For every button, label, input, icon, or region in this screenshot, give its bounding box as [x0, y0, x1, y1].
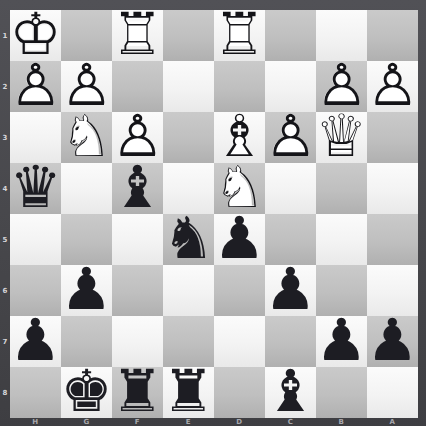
square-e2[interactable]	[163, 61, 214, 112]
square-e5[interactable]: ♞	[163, 214, 214, 265]
black-pawn-b7-icon: ♟	[316, 316, 367, 367]
square-a8[interactable]	[367, 367, 418, 418]
square-c8[interactable]: ♝	[265, 367, 316, 418]
square-g7[interactable]	[61, 316, 112, 367]
square-g1[interactable]	[61, 10, 112, 61]
rank-label-7: 7	[0, 316, 10, 367]
square-d7[interactable]	[214, 316, 265, 367]
square-a6[interactable]	[367, 265, 418, 316]
square-h1[interactable]: ♚♔	[10, 10, 61, 61]
file-label-d: D	[214, 417, 265, 426]
square-b7[interactable]: ♟	[316, 316, 367, 367]
square-b8[interactable]	[316, 367, 367, 418]
black-pawn-d5-icon: ♟	[214, 214, 265, 265]
square-g5[interactable]	[61, 214, 112, 265]
white-knight-g3-icon: ♞♘	[61, 112, 112, 163]
rank-label-3: 3	[0, 112, 10, 163]
white-pawn-h2-icon: ♟♙	[10, 61, 61, 112]
black-pawn-a7-icon: ♟	[367, 316, 418, 367]
square-h3[interactable]	[10, 112, 61, 163]
rank-label-8: 8	[0, 367, 10, 418]
square-f7[interactable]	[112, 316, 163, 367]
square-b6[interactable]	[316, 265, 367, 316]
white-pawn-a2-icon: ♟♙	[367, 61, 418, 112]
square-d8[interactable]	[214, 367, 265, 418]
square-f2[interactable]	[112, 61, 163, 112]
square-h4[interactable]: ♛	[10, 163, 61, 214]
square-b3[interactable]: ♛♕	[316, 112, 367, 163]
square-d6[interactable]	[214, 265, 265, 316]
square-c1[interactable]	[265, 10, 316, 61]
square-e7[interactable]	[163, 316, 214, 367]
square-a1[interactable]	[367, 10, 418, 61]
square-h5[interactable]	[10, 214, 61, 265]
square-f5[interactable]	[112, 214, 163, 265]
rank-label-6: 6	[0, 265, 10, 316]
black-pawn-g6-icon: ♟	[61, 265, 112, 316]
black-rook-f8-icon: ♜	[112, 367, 163, 418]
rank-label-4: 4	[0, 163, 10, 214]
square-h6[interactable]	[10, 265, 61, 316]
square-f3[interactable]: ♟♙	[112, 112, 163, 163]
black-king-g8-icon: ♚	[61, 367, 112, 418]
square-f4[interactable]: ♝	[112, 163, 163, 214]
white-pawn-g2-icon: ♟♙	[61, 61, 112, 112]
square-e3[interactable]	[163, 112, 214, 163]
square-e8[interactable]: ♜	[163, 367, 214, 418]
black-knight-e5-icon: ♞	[163, 214, 214, 265]
square-e6[interactable]	[163, 265, 214, 316]
black-bishop-f4-icon: ♝	[112, 163, 163, 214]
square-f8[interactable]: ♜	[112, 367, 163, 418]
white-king-h1-icon: ♚♔	[10, 10, 61, 61]
file-label-g: G	[61, 417, 112, 426]
square-g8[interactable]: ♚	[61, 367, 112, 418]
file-label-c: C	[265, 417, 316, 426]
chess-board: ♚♔♜♖♜♖♟♙♟♙♟♙♟♙♞♘♟♙♝♗♟♙♛♕♛♝♞♘♞♟♟♟♟♟♟♚♜♜♝	[10, 10, 418, 418]
file-label-h: H	[10, 417, 61, 426]
black-bishop-c8-icon: ♝	[265, 367, 316, 418]
square-d2[interactable]	[214, 61, 265, 112]
square-c3[interactable]: ♟♙	[265, 112, 316, 163]
file-label-a: A	[367, 417, 418, 426]
square-b4[interactable]	[316, 163, 367, 214]
rank-label-5: 5	[0, 214, 10, 265]
square-b5[interactable]	[316, 214, 367, 265]
black-pawn-h7-icon: ♟	[10, 316, 61, 367]
square-g4[interactable]	[61, 163, 112, 214]
chess-board-frame: ♚♔♜♖♜♖♟♙♟♙♟♙♟♙♞♘♟♙♝♗♟♙♛♕♛♝♞♘♞♟♟♟♟♟♟♚♜♜♝ …	[0, 0, 426, 426]
file-label-b: B	[316, 417, 367, 426]
white-pawn-b2-icon: ♟♙	[316, 61, 367, 112]
square-c5[interactable]	[265, 214, 316, 265]
square-g3[interactable]: ♞♘	[61, 112, 112, 163]
white-queen-b3-icon: ♛♕	[316, 112, 367, 163]
square-g6[interactable]: ♟	[61, 265, 112, 316]
square-e4[interactable]	[163, 163, 214, 214]
black-rook-e8-icon: ♜	[163, 367, 214, 418]
square-c4[interactable]	[265, 163, 316, 214]
square-f6[interactable]	[112, 265, 163, 316]
square-a7[interactable]: ♟	[367, 316, 418, 367]
square-b1[interactable]	[316, 10, 367, 61]
square-c6[interactable]: ♟	[265, 265, 316, 316]
square-d1[interactable]: ♜♖	[214, 10, 265, 61]
square-a4[interactable]	[367, 163, 418, 214]
file-label-f: F	[112, 417, 163, 426]
square-d4[interactable]: ♞♘	[214, 163, 265, 214]
white-knight-d4-icon: ♞♘	[214, 163, 265, 214]
file-label-e: E	[163, 417, 214, 426]
white-rook-f1-icon: ♜♖	[112, 10, 163, 61]
square-c2[interactable]	[265, 61, 316, 112]
square-h8[interactable]	[10, 367, 61, 418]
rank-label-1: 1	[0, 10, 10, 61]
square-d5[interactable]: ♟	[214, 214, 265, 265]
square-e1[interactable]	[163, 10, 214, 61]
black-queen-h4-icon: ♛	[10, 163, 61, 214]
rank-label-2: 2	[0, 61, 10, 112]
square-h7[interactable]: ♟	[10, 316, 61, 367]
square-a2[interactable]: ♟♙	[367, 61, 418, 112]
square-d3[interactable]: ♝♗	[214, 112, 265, 163]
square-g2[interactable]: ♟♙	[61, 61, 112, 112]
square-a3[interactable]	[367, 112, 418, 163]
white-rook-d1-icon: ♜♖	[214, 10, 265, 61]
square-b2[interactable]: ♟♙	[316, 61, 367, 112]
white-pawn-f3-icon: ♟♙	[112, 112, 163, 163]
black-pawn-c6-icon: ♟	[265, 265, 316, 316]
square-h2[interactable]: ♟♙	[10, 61, 61, 112]
square-a5[interactable]	[367, 214, 418, 265]
white-bishop-d3-icon: ♝♗	[214, 112, 265, 163]
square-c7[interactable]	[265, 316, 316, 367]
white-pawn-c3-icon: ♟♙	[265, 112, 316, 163]
square-f1[interactable]: ♜♖	[112, 10, 163, 61]
